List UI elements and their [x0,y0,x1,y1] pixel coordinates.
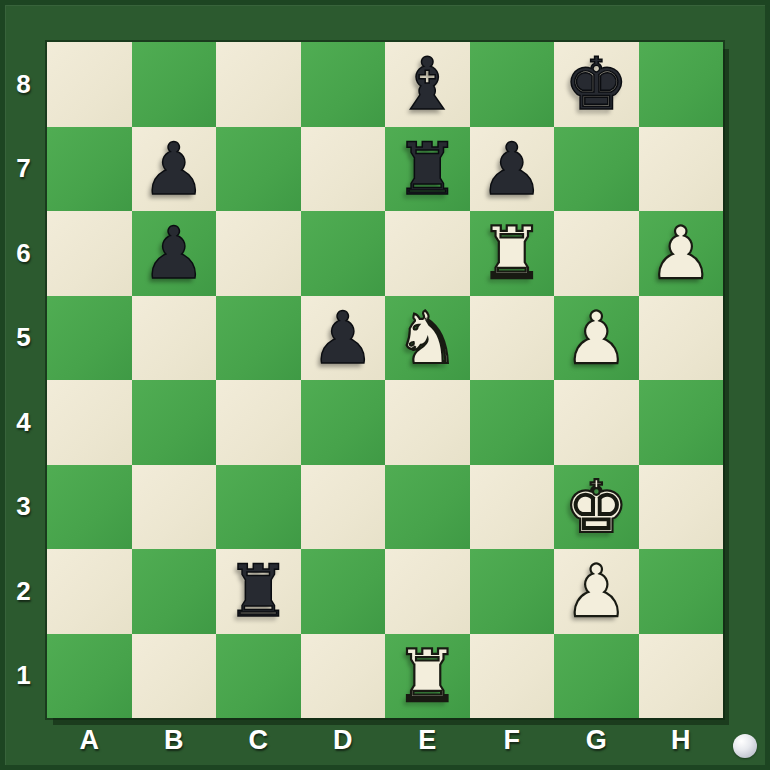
rank-label-8: 8 [0,42,47,127]
file-label-e: E [385,719,470,761]
square-b8[interactable] [132,42,217,127]
square-c2[interactable]: ♜ [216,549,301,634]
file-label-c: C [216,719,301,761]
square-a3[interactable] [47,465,132,550]
board-frame: 87654321 ♝♚♟♜♟♟♜♟♟♞♟♚♜♟♜ ABCDEFGH [0,0,770,770]
square-d5[interactable]: ♟ [301,296,386,381]
chess-board: ♝♚♟♜♟♟♜♟♟♞♟♚♜♟♜ [47,42,723,718]
file-label-h: H [639,719,724,761]
square-a1[interactable] [47,634,132,719]
square-g1[interactable] [554,634,639,719]
piece-black-pawn[interactable]: ♟ [141,133,206,205]
square-e2[interactable] [385,549,470,634]
square-f8[interactable] [470,42,555,127]
square-b7[interactable]: ♟ [132,127,217,212]
square-g8[interactable]: ♚ [554,42,639,127]
square-b2[interactable] [132,549,217,634]
square-f2[interactable] [470,549,555,634]
square-c5[interactable] [216,296,301,381]
square-g5[interactable]: ♟ [554,296,639,381]
square-e5[interactable]: ♞ [385,296,470,381]
square-e1[interactable]: ♜ [385,634,470,719]
square-a6[interactable] [47,211,132,296]
rank-label-2: 2 [0,549,47,634]
square-f7[interactable]: ♟ [470,127,555,212]
rank-label-3: 3 [0,465,47,550]
square-a8[interactable] [47,42,132,127]
square-f3[interactable] [470,465,555,550]
rank-labels: 87654321 [0,42,47,718]
rank-label-6: 6 [0,211,47,296]
square-g6[interactable] [554,211,639,296]
square-e3[interactable] [385,465,470,550]
square-d8[interactable] [301,42,386,127]
piece-white-knight[interactable]: ♞ [395,302,460,374]
square-e7[interactable]: ♜ [385,127,470,212]
file-label-d: D [301,719,386,761]
square-c6[interactable] [216,211,301,296]
square-b6[interactable]: ♟ [132,211,217,296]
square-c7[interactable] [216,127,301,212]
side-to-move-indicator [733,734,757,758]
piece-black-pawn[interactable]: ♟ [310,302,375,374]
square-b4[interactable] [132,380,217,465]
square-e6[interactable] [385,211,470,296]
square-f6[interactable]: ♜ [470,211,555,296]
square-d1[interactable] [301,634,386,719]
square-g4[interactable] [554,380,639,465]
file-label-a: A [47,719,132,761]
piece-black-bishop[interactable]: ♝ [395,48,460,120]
square-b1[interactable] [132,634,217,719]
file-label-g: G [554,719,639,761]
square-d7[interactable] [301,127,386,212]
square-h3[interactable] [639,465,724,550]
square-h8[interactable] [639,42,724,127]
file-labels: ABCDEFGH [47,719,723,761]
square-c3[interactable] [216,465,301,550]
square-f4[interactable] [470,380,555,465]
piece-black-pawn[interactable]: ♟ [479,133,544,205]
piece-black-rook[interactable]: ♜ [226,555,291,627]
square-a2[interactable] [47,549,132,634]
square-a4[interactable] [47,380,132,465]
file-label-f: F [470,719,555,761]
square-e8[interactable]: ♝ [385,42,470,127]
piece-white-pawn[interactable]: ♟ [648,217,713,289]
square-c8[interactable] [216,42,301,127]
square-f5[interactable] [470,296,555,381]
square-d6[interactable] [301,211,386,296]
square-f1[interactable] [470,634,555,719]
piece-white-king[interactable]: ♚ [564,471,629,543]
piece-white-rook[interactable]: ♜ [395,640,460,712]
square-c1[interactable] [216,634,301,719]
square-c4[interactable] [216,380,301,465]
square-h7[interactable] [639,127,724,212]
square-h6[interactable]: ♟ [639,211,724,296]
piece-black-rook[interactable]: ♜ [395,133,460,205]
square-d3[interactable] [301,465,386,550]
square-d2[interactable] [301,549,386,634]
rank-label-5: 5 [0,296,47,381]
rank-label-7: 7 [0,127,47,212]
piece-black-pawn[interactable]: ♟ [141,217,206,289]
piece-black-king[interactable]: ♚ [564,48,629,120]
square-b3[interactable] [132,465,217,550]
square-g3[interactable]: ♚ [554,465,639,550]
square-h4[interactable] [639,380,724,465]
rank-label-4: 4 [0,380,47,465]
file-label-b: B [132,719,217,761]
square-h1[interactable] [639,634,724,719]
square-a7[interactable] [47,127,132,212]
rank-label-1: 1 [0,634,47,719]
piece-white-pawn[interactable]: ♟ [564,555,629,627]
square-h5[interactable] [639,296,724,381]
square-b5[interactable] [132,296,217,381]
square-g2[interactable]: ♟ [554,549,639,634]
piece-white-rook[interactable]: ♜ [479,217,544,289]
square-h2[interactable] [639,549,724,634]
square-d4[interactable] [301,380,386,465]
square-a5[interactable] [47,296,132,381]
square-g7[interactable] [554,127,639,212]
square-e4[interactable] [385,380,470,465]
piece-white-pawn[interactable]: ♟ [564,302,629,374]
